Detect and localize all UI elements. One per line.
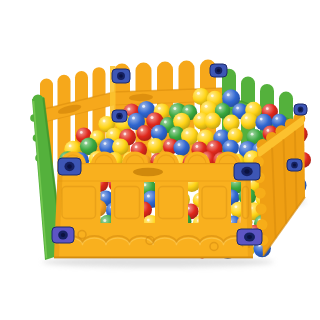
ball-highlight <box>110 131 113 134</box>
ball-highlight <box>173 130 176 133</box>
ball-highlight <box>141 129 144 132</box>
ball-highlight <box>209 116 212 119</box>
ball-highlight <box>164 121 167 124</box>
ball-highlight <box>94 134 97 137</box>
ball-highlight <box>227 143 230 146</box>
ball-highlight <box>211 144 214 147</box>
ball-highlight <box>84 142 87 145</box>
ball-highlight <box>196 145 199 148</box>
ball-highlight <box>104 142 107 145</box>
ball-highlight <box>218 133 221 136</box>
ball-highlight <box>227 93 230 96</box>
ball-highlight <box>266 107 269 110</box>
ball-highlight <box>102 194 105 197</box>
ball-highlight <box>116 142 119 145</box>
ball-highlight <box>155 129 158 132</box>
corner-clip-knob-center <box>244 169 249 173</box>
ball-highlight <box>142 105 145 108</box>
ball <box>205 113 221 129</box>
ball-highlight <box>260 118 263 121</box>
ball-highlight <box>103 120 106 123</box>
ball-highlight <box>267 129 270 132</box>
corner-clip-knob-center <box>293 163 296 166</box>
ball-highlight <box>235 205 238 208</box>
corner-clip-knob-center <box>118 114 121 117</box>
ball-highlight <box>219 107 222 110</box>
ball <box>137 125 153 141</box>
ball-highlight <box>152 142 155 145</box>
ball-pit-svg <box>0 0 320 320</box>
ball-highlight <box>147 194 150 197</box>
ball <box>173 140 189 156</box>
front-fence-panel <box>54 152 259 259</box>
ball-highlight <box>197 92 200 95</box>
ball-highlight <box>211 94 214 97</box>
ball-highlight <box>151 116 154 119</box>
ball <box>241 113 258 130</box>
ball-highlight <box>124 133 127 136</box>
ball-highlight <box>198 116 201 119</box>
ball-highlight <box>232 132 235 135</box>
ball-highlight <box>127 108 130 111</box>
ball-highlight <box>205 105 208 108</box>
corner-clip-knob-center <box>61 233 65 237</box>
right-panel-edge-bump <box>256 203 267 214</box>
ball-highlight <box>186 108 189 111</box>
ball-highlight <box>167 142 170 145</box>
ball-highlight <box>227 118 230 121</box>
ball-highlight <box>248 154 251 157</box>
ball-highlight <box>177 117 180 120</box>
right-panel-edge-bump <box>255 188 266 199</box>
ball-highlight <box>178 143 181 146</box>
ball-highlight <box>173 107 176 110</box>
ball-highlight <box>132 117 135 120</box>
corner-clip-knob-center <box>247 235 252 239</box>
ball-highlight <box>201 133 204 136</box>
ball-highlight <box>69 145 72 148</box>
ball-highlight <box>276 117 279 120</box>
ball-highlight <box>186 131 189 134</box>
ball-highlight <box>147 219 150 222</box>
corner-clip-knob-center <box>67 164 72 168</box>
ball-highlight <box>236 107 239 110</box>
photo-canvas <box>0 0 320 320</box>
ball <box>148 138 164 154</box>
ball-highlight <box>80 131 83 134</box>
ball-highlight <box>243 145 246 148</box>
ball-highlight <box>249 105 252 108</box>
ball-highlight <box>135 146 138 149</box>
ball-highlight <box>245 116 248 119</box>
corner-clip-knob-center <box>299 108 302 111</box>
ball-highlight <box>103 219 106 222</box>
corner-clip-knob-center <box>217 69 220 72</box>
right-panel-edge-bump <box>257 219 268 230</box>
ball-highlight <box>158 107 161 110</box>
ball-highlight <box>251 133 254 136</box>
corner-clip-knob-center <box>119 74 123 78</box>
front-handle-slot <box>133 168 163 176</box>
